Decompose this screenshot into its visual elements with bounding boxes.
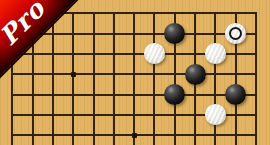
stone-white-L8 <box>205 104 226 125</box>
grid-line-horizontal <box>11 73 257 75</box>
star-point <box>132 133 137 138</box>
grid-line-horizontal <box>11 12 257 14</box>
stone-black-K10 <box>185 64 206 85</box>
stone-white-M12 <box>225 23 246 44</box>
stone-white-L11 <box>205 43 226 64</box>
stone-black-M9 <box>225 84 246 105</box>
app-screenshot: Pro <box>0 0 270 145</box>
stone-white-H11 <box>144 43 165 64</box>
grid-line-horizontal <box>11 94 257 96</box>
grid-line-horizontal <box>11 33 257 35</box>
stone-black-J12 <box>164 23 185 44</box>
stone-black-J9 <box>164 84 185 105</box>
star-point <box>71 72 76 77</box>
go-board[interactable] <box>0 0 270 145</box>
last-move-circle-marker <box>229 27 242 40</box>
